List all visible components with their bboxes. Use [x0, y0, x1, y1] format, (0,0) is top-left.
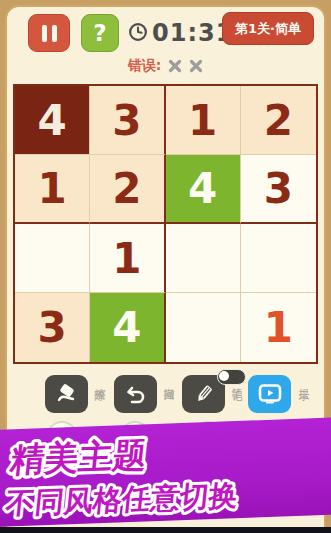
hint-label: 提示	[295, 379, 310, 383]
error-x-icon	[168, 59, 182, 73]
erase-label: 擦除	[91, 379, 106, 383]
bottom-strip	[0, 527, 331, 533]
error-row: 错误:	[0, 56, 331, 76]
cell-r4c1[interactable]: 3	[15, 293, 90, 362]
cell-r3c2[interactable]: 1	[90, 224, 165, 293]
cell-r1c4[interactable]: 2	[241, 86, 316, 155]
cell-r3c4[interactable]	[241, 224, 316, 293]
cell-r1c2[interactable]: 3	[90, 86, 165, 155]
level-badge[interactable]: 第1关·简单	[222, 12, 314, 45]
cell-r1c1[interactable]: 4	[15, 86, 90, 155]
pencil-icon	[191, 381, 217, 407]
undo-button[interactable]	[114, 375, 157, 413]
cell-r3c3[interactable]	[166, 224, 241, 293]
cell-r4c4[interactable]: 1	[241, 293, 316, 362]
notes-label: 笔记	[228, 379, 243, 383]
video-play-icon	[256, 381, 284, 407]
cell-r3c1[interactable]	[15, 224, 90, 293]
cell-r4c2[interactable]: 4	[90, 293, 165, 362]
error-label: 错误:	[128, 57, 162, 75]
error-x-icon	[189, 59, 203, 73]
pause-icon	[42, 25, 57, 42]
hint-button[interactable]	[248, 375, 291, 413]
question-icon: ?	[93, 20, 106, 46]
pause-button[interactable]	[28, 14, 70, 52]
sudoku-app-screen: { "game": "sudoku-4x4", "position": "431…	[0, 0, 331, 533]
promo-banner[interactable]: 精美主题 不同风格任意切换	[0, 417, 331, 527]
cell-r4c3[interactable]	[166, 293, 241, 362]
clock-icon	[127, 21, 149, 43]
erase-button[interactable]	[45, 375, 88, 413]
eraser-icon	[54, 381, 80, 407]
cell-r1c3[interactable]: 1	[166, 86, 241, 155]
banner-line2: 不同风格任意切换	[3, 478, 239, 521]
help-button[interactable]: ?	[81, 14, 119, 52]
cell-r2c2[interactable]: 2	[90, 155, 165, 224]
cell-r2c4[interactable]: 3	[241, 155, 316, 224]
board-grid: 431212431341	[13, 84, 318, 364]
cell-r2c1[interactable]: 1	[15, 155, 90, 224]
level-badge-label: 第1关·简单	[235, 20, 301, 38]
undo-icon	[123, 381, 149, 407]
banner-line1: 精美主题	[8, 434, 149, 479]
cell-r2c3[interactable]: 4	[166, 155, 241, 224]
undo-label: 撤回	[160, 379, 175, 383]
